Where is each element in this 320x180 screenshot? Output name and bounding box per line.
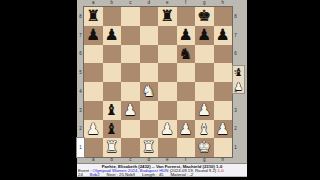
square-h3[interactable]: [214, 101, 233, 120]
square-d5[interactable]: [140, 63, 159, 82]
rank-label-3: 3: [77, 101, 84, 120]
chess-gui-panel: abcdefgh 87654321 ♜♜♚♟♟♟♟♟♞♞♝♟♟♟♝♟♟♝♟♜♜♚…: [77, 0, 247, 177]
square-b8[interactable]: [103, 7, 122, 26]
status-line: 24Bxb2Next : 25.Nxb3Length : 45Material …: [77, 173, 247, 177]
square-a8[interactable]: ♜: [84, 7, 103, 26]
square-d4[interactable]: ♞: [140, 82, 159, 101]
square-f8[interactable]: [177, 7, 196, 26]
piece-black-pawn-a7[interactable]: ♟: [86, 26, 100, 45]
file-label-a: a: [84, 0, 103, 7]
square-g7[interactable]: ♟: [195, 26, 214, 45]
square-c3[interactable]: ♟: [121, 101, 140, 120]
square-g2[interactable]: ♝: [195, 120, 214, 139]
rank-label-8: 8: [232, 7, 239, 26]
last-move[interactable]: Bxb2: [90, 173, 100, 177]
piece-black-bishop-b2[interactable]: ♝: [105, 120, 119, 139]
square-e2[interactable]: ♟: [158, 120, 177, 139]
rank-label-2: 2: [77, 120, 84, 139]
square-g3[interactable]: ♟: [195, 101, 214, 120]
square-h4[interactable]: [214, 82, 233, 101]
square-a5[interactable]: [84, 63, 103, 82]
square-e4[interactable]: [158, 82, 177, 101]
square-d1[interactable]: ♜: [140, 138, 159, 157]
square-d8[interactable]: [140, 7, 159, 26]
square-f2[interactable]: ♟: [177, 120, 196, 139]
piece-white-rook-d1[interactable]: ♜: [142, 138, 156, 157]
square-g1[interactable]: ♚: [195, 138, 214, 157]
square-e1[interactable]: [158, 138, 177, 157]
square-f6[interactable]: ♞: [177, 45, 196, 64]
piece-white-pawn-a2[interactable]: ♟: [86, 120, 100, 139]
piece-white-pawn-c3[interactable]: ♟: [123, 101, 137, 120]
square-b6[interactable]: [103, 45, 122, 64]
square-e7[interactable]: [158, 26, 177, 45]
square-f7[interactable]: ♟: [177, 26, 196, 45]
piece-white-rook-b1[interactable]: ♜: [105, 138, 119, 157]
square-a2[interactable]: ♟: [84, 120, 103, 139]
piece-white-pawn-e2[interactable]: ♟: [160, 120, 174, 139]
piece-white-pawn-f2[interactable]: ♟: [179, 120, 193, 139]
square-e3[interactable]: [158, 101, 177, 120]
rank-label-7: 7: [232, 26, 239, 45]
piece-black-pawn-h7[interactable]: ♟: [216, 26, 230, 45]
square-c8[interactable]: [121, 7, 140, 26]
square-b5[interactable]: [103, 63, 122, 82]
square-h2[interactable]: ♟: [214, 120, 233, 139]
rank-label-5: 5: [232, 63, 239, 82]
game-length: Length : 45: [142, 173, 164, 177]
file-label-g: g: [195, 0, 214, 7]
piece-black-rook-e8[interactable]: ♜: [160, 7, 174, 26]
rank-label-6: 6: [232, 45, 239, 64]
square-g5[interactable]: [195, 63, 214, 82]
square-a4[interactable]: [84, 82, 103, 101]
square-b3[interactable]: ♝: [103, 101, 122, 120]
piece-black-knight-f6[interactable]: ♞: [179, 45, 193, 64]
square-d6[interactable]: [140, 45, 159, 64]
square-f4[interactable]: [177, 82, 196, 101]
chess-board: ♜♜♚♟♟♟♟♟♞♞♝♟♟♟♝♟♟♝♟♜♜♚: [84, 7, 232, 157]
square-h1[interactable]: [214, 138, 233, 157]
video-frame: abcdefgh 87654321 ♜♜♚♟♟♟♟♟♞♞♝♟♟♟♝♟♟♝♟♜♜♚…: [0, 0, 320, 180]
rank-labels-left: 87654321: [77, 7, 84, 157]
rank-label-8: 8: [77, 7, 84, 26]
piece-white-pawn-h2[interactable]: ♟: [216, 120, 230, 139]
square-e5[interactable]: [158, 63, 177, 82]
square-a1[interactable]: [84, 138, 103, 157]
event-result: 1-0: [217, 169, 223, 173]
piece-white-king-g1[interactable]: ♚: [197, 138, 211, 157]
square-c6[interactable]: [121, 45, 140, 64]
rank-label-2: 2: [232, 120, 239, 139]
rank-label-3: 3: [232, 101, 239, 120]
square-d7[interactable]: [140, 26, 159, 45]
piece-black-king-g8[interactable]: ♚: [197, 7, 211, 26]
piece-black-pawn-g7[interactable]: ♟: [197, 26, 211, 45]
square-g4[interactable]: [195, 82, 214, 101]
rank-label-4: 4: [77, 82, 84, 101]
caption-panel: Paehtz, Elisabeth (2432) -- Van Foreest,…: [77, 163, 247, 176]
square-d2[interactable]: [140, 120, 159, 139]
square-a6[interactable]: [84, 45, 103, 64]
square-b7[interactable]: ♟: [103, 26, 122, 45]
rank-label-4: 4: [232, 82, 239, 101]
square-a7[interactable]: ♟: [84, 26, 103, 45]
square-g8[interactable]: ♚: [195, 7, 214, 26]
square-d3[interactable]: [140, 101, 159, 120]
square-b4[interactable]: [103, 82, 122, 101]
square-h6[interactable]: [214, 45, 233, 64]
square-c7[interactable]: [121, 26, 140, 45]
material-balance: Material : -2: [171, 173, 194, 177]
square-b2[interactable]: ♝: [103, 120, 122, 139]
piece-black-rook-a8[interactable]: ♜: [86, 7, 100, 26]
file-label-e: e: [158, 0, 177, 7]
square-e8[interactable]: ♜: [158, 7, 177, 26]
piece-black-pawn-f7[interactable]: ♟: [179, 26, 193, 45]
square-c1[interactable]: [121, 138, 140, 157]
file-label-h: h: [214, 0, 233, 7]
file-labels-top: abcdefgh: [84, 0, 232, 7]
square-f5[interactable]: [177, 63, 196, 82]
square-h5[interactable]: [214, 63, 233, 82]
rank-label-5: 5: [77, 63, 84, 82]
piece-black-bishop-b3[interactable]: ♝: [105, 101, 119, 120]
rank-label-1: 1: [232, 138, 239, 157]
next-move: Next : 25.Nxb3: [107, 173, 135, 177]
file-label-b: b: [103, 0, 122, 7]
square-h7[interactable]: ♟: [214, 26, 233, 45]
square-f3[interactable]: [177, 101, 196, 120]
file-label-d: d: [140, 0, 159, 7]
file-label-c: c: [121, 0, 140, 7]
square-b1[interactable]: ♜: [103, 138, 122, 157]
square-f1[interactable]: [177, 138, 196, 157]
rank-label-1: 1: [77, 138, 84, 157]
square-e6[interactable]: [158, 45, 177, 64]
move-number: 24: [78, 173, 83, 177]
file-label-f: f: [177, 0, 196, 7]
piece-black-pawn-b7[interactable]: ♟: [105, 26, 119, 45]
square-g6[interactable]: [195, 45, 214, 64]
square-a3[interactable]: [84, 101, 103, 120]
square-c5[interactable]: [121, 63, 140, 82]
rank-label-6: 6: [77, 45, 84, 64]
square-c4[interactable]: [121, 82, 140, 101]
piece-white-bishop-g2[interactable]: ♝: [197, 120, 211, 139]
rank-labels-right: 87654321: [232, 7, 239, 157]
square-c2[interactable]: [121, 120, 140, 139]
square-h8[interactable]: [214, 7, 233, 26]
piece-white-knight-d4[interactable]: ♞: [142, 82, 156, 101]
piece-white-pawn-g3[interactable]: ♟: [197, 101, 211, 120]
rank-label-7: 7: [77, 26, 84, 45]
